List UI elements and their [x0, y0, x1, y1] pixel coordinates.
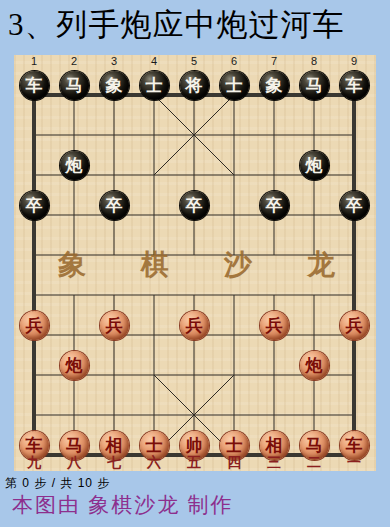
file-label-bottom: 七 [94, 455, 134, 471]
file-label-bottom: 一 [334, 455, 374, 471]
piece-black-卒[interactable]: 卒 [260, 191, 289, 220]
file-label-bottom: 四 [214, 455, 254, 471]
file-label-bottom: 九 [14, 455, 54, 471]
piece-black-卒[interactable]: 卒 [180, 191, 209, 220]
bottom-file-labels: 九八七六五四三二一 [14, 455, 374, 471]
piece-black-卒[interactable]: 卒 [340, 191, 369, 220]
piece-black-车[interactable]: 车 [20, 71, 49, 100]
piece-black-马[interactable]: 马 [60, 71, 89, 100]
piece-red-炮[interactable]: 炮 [300, 351, 329, 380]
credit-text: 本图由 象棋沙龙 制作 [12, 491, 234, 519]
piece-red-兵[interactable]: 兵 [180, 311, 209, 340]
piece-red-炮[interactable]: 炮 [60, 351, 89, 380]
file-label-bottom: 八 [54, 455, 94, 471]
piece-black-象[interactable]: 象 [100, 71, 129, 100]
move-status: 第 0 步 / 共 10 步 [5, 475, 110, 492]
file-label-bottom: 三 [254, 455, 294, 471]
piece-black-象[interactable]: 象 [260, 71, 289, 100]
file-label-bottom: 二 [294, 455, 334, 471]
page-title: 3、列手炮应中炮过河车 [8, 5, 386, 45]
file-label-bottom: 五 [174, 455, 214, 471]
piece-red-兵[interactable]: 兵 [340, 311, 369, 340]
piece-black-马[interactable]: 马 [300, 71, 329, 100]
piece-black-炮[interactable]: 炮 [60, 151, 89, 180]
piece-red-兵[interactable]: 兵 [20, 311, 49, 340]
piece-black-车[interactable]: 车 [340, 71, 369, 100]
piece-red-兵[interactable]: 兵 [100, 311, 129, 340]
pieces-grid: 车马象士将士象马车炮炮卒卒卒卒卒兵兵兵兵兵炮炮车马相士帅士相马车 [14, 65, 374, 465]
piece-black-卒[interactable]: 卒 [20, 191, 49, 220]
file-label-bottom: 六 [134, 455, 174, 471]
piece-black-士[interactable]: 士 [140, 71, 169, 100]
piece-black-卒[interactable]: 卒 [100, 191, 129, 220]
piece-black-士[interactable]: 士 [220, 71, 249, 100]
piece-black-炮[interactable]: 炮 [300, 151, 329, 180]
piece-red-兵[interactable]: 兵 [260, 311, 289, 340]
piece-black-将[interactable]: 将 [180, 71, 209, 100]
xiangqi-board: 123456789 象 棋 沙 [14, 55, 376, 471]
